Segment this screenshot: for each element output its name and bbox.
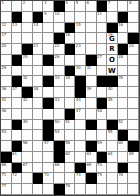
clue-number: 36 — [2, 87, 7, 91]
black-cell — [86, 120, 97, 131]
white-cell[interactable]: 7 — [107, 1, 118, 12]
clue-number: 22 — [55, 44, 60, 48]
white-cell[interactable]: 34 — [65, 76, 76, 87]
white-cell[interactable] — [75, 141, 86, 152]
white-cell[interactable]: 69 — [86, 163, 97, 174]
clue-number: 54 — [55, 130, 60, 134]
black-cell — [65, 109, 76, 120]
white-cell[interactable] — [86, 44, 97, 55]
white-cell[interactable] — [33, 130, 44, 141]
white-cell[interactable] — [86, 184, 97, 195]
clue-number: 32 — [23, 76, 28, 80]
clue-number: 60 — [118, 141, 123, 145]
white-cell[interactable] — [33, 184, 44, 195]
clue-number: 45 — [108, 98, 113, 102]
white-cell[interactable]: 18 — [65, 33, 76, 44]
clue-number: 46 — [2, 109, 7, 113]
clue-number: 69 — [86, 163, 91, 167]
white-cell[interactable] — [33, 152, 44, 163]
white-cell[interactable] — [128, 76, 139, 87]
white-cell[interactable] — [12, 184, 23, 195]
clue-number: 58 — [65, 141, 70, 145]
clue-number: 3 — [44, 1, 46, 5]
white-cell[interactable] — [65, 98, 76, 109]
white-cell[interactable] — [43, 33, 54, 44]
clue-number: 23 — [76, 44, 81, 48]
white-cell[interactable] — [12, 109, 23, 120]
white-cell[interactable]: 23 — [75, 44, 86, 55]
white-cell[interactable] — [128, 66, 139, 77]
white-cell[interactable]: 62 — [65, 152, 76, 163]
clue-number: 53 — [2, 130, 7, 134]
black-cell — [43, 98, 54, 109]
white-cell[interactable]: 39 — [86, 87, 97, 98]
white-cell[interactable] — [97, 33, 108, 44]
white-cell[interactable] — [86, 109, 97, 120]
white-cell[interactable]: 67 — [22, 163, 33, 174]
white-cell[interactable] — [43, 87, 54, 98]
white-cell[interactable] — [97, 120, 108, 131]
white-cell[interactable]: 77 — [1, 184, 12, 195]
cell-letter: R — [107, 46, 117, 54]
white-cell[interactable] — [22, 23, 33, 34]
white-cell[interactable]: 60 — [118, 141, 129, 152]
clue-number: 56 — [23, 141, 28, 145]
white-cell[interactable]: 72 — [12, 173, 23, 184]
white-cell[interactable] — [97, 66, 108, 77]
white-cell[interactable] — [118, 184, 129, 195]
white-cell[interactable]: 2 — [22, 1, 33, 12]
clue-number: 65 — [129, 152, 134, 156]
white-cell[interactable] — [22, 173, 33, 184]
clue-number: 67 — [23, 163, 28, 167]
white-cell[interactable] — [12, 1, 23, 12]
white-cell[interactable] — [97, 23, 108, 34]
white-cell[interactable]: 20 — [1, 44, 12, 55]
clue-number: 57 — [44, 141, 49, 145]
black-cell — [33, 173, 44, 184]
white-cell[interactable] — [107, 173, 118, 184]
white-cell[interactable]: R — [107, 44, 118, 55]
black-cell — [43, 55, 54, 66]
white-cell[interactable]: 15 — [75, 23, 86, 34]
white-cell[interactable] — [12, 66, 23, 77]
white-cell[interactable]: 5 — [75, 1, 86, 12]
black-cell — [12, 12, 23, 23]
white-cell[interactable] — [128, 163, 139, 174]
white-cell[interactable]: 53 — [1, 130, 12, 141]
clue-number: 6 — [86, 1, 88, 5]
clue-number: 35 — [118, 76, 123, 80]
clue-number: 5 — [76, 1, 78, 5]
cell-letter: O — [107, 57, 117, 65]
clue-number: 64 — [108, 152, 113, 156]
white-cell[interactable] — [97, 184, 108, 195]
white-cell[interactable]: 51 — [65, 120, 76, 131]
white-cell[interactable]: O — [107, 55, 118, 66]
white-cell[interactable]: 4 — [65, 1, 76, 12]
white-cell[interactable]: 54 — [54, 130, 65, 141]
white-cell[interactable]: 48 — [97, 109, 108, 120]
clue-number: 14 — [33, 23, 38, 27]
black-cell — [33, 12, 44, 23]
white-cell[interactable] — [107, 163, 118, 174]
clue-number: 37 — [12, 87, 17, 91]
white-cell[interactable] — [75, 152, 86, 163]
white-cell[interactable]: 9 — [43, 12, 54, 23]
white-cell[interactable]: 49 — [22, 120, 33, 131]
white-cell[interactable]: 73 — [43, 173, 54, 184]
clue-number: 49 — [23, 120, 28, 124]
white-cell[interactable] — [43, 44, 54, 55]
white-cell[interactable] — [43, 23, 54, 34]
white-cell[interactable] — [65, 55, 76, 66]
white-cell[interactable] — [75, 12, 86, 23]
clue-number: 40 — [108, 87, 113, 91]
white-cell[interactable]: 43 — [54, 98, 65, 109]
white-cell[interactable] — [54, 23, 65, 34]
black-cell — [43, 120, 54, 131]
white-cell[interactable] — [12, 33, 23, 44]
white-cell[interactable]: 27 — [97, 55, 108, 66]
white-cell[interactable]: 68 — [54, 163, 65, 174]
white-cell[interactable] — [33, 55, 44, 66]
white-cell[interactable]: 10 — [54, 12, 65, 23]
white-cell[interactable]: 33 — [54, 76, 65, 87]
white-cell[interactable] — [86, 98, 97, 109]
clue-number: 17 — [2, 33, 7, 37]
white-cell[interactable] — [128, 55, 139, 66]
clue-number: 31 — [86, 66, 91, 70]
white-cell[interactable]: 25 — [22, 55, 33, 66]
white-cell[interactable]: W — [107, 66, 118, 77]
clue-number: 7 — [108, 1, 110, 5]
white-cell[interactable] — [107, 12, 118, 23]
clue-number: 29 — [2, 66, 7, 70]
white-cell[interactable] — [97, 87, 108, 98]
clue-number: 52 — [118, 120, 123, 124]
white-cell[interactable] — [75, 184, 86, 195]
white-cell[interactable]: 29 — [1, 66, 12, 77]
clue-number: 66 — [2, 163, 7, 167]
white-cell[interactable] — [86, 130, 97, 141]
white-cell[interactable] — [43, 184, 54, 195]
white-cell[interactable]: 37 — [12, 87, 23, 98]
clue-number: 16 — [118, 23, 123, 27]
clue-number: 4 — [65, 1, 67, 5]
crossword-grid: 12345678910111213141516171819G20212223R2… — [0, 0, 140, 196]
white-cell[interactable]: 1 — [1, 1, 12, 12]
black-cell — [86, 173, 97, 184]
white-cell[interactable] — [43, 152, 54, 163]
white-cell[interactable] — [22, 33, 33, 44]
clue-number: 47 — [76, 109, 81, 113]
white-cell[interactable] — [107, 184, 118, 195]
white-cell[interactable] — [33, 120, 44, 131]
clue-number: 59 — [97, 141, 102, 145]
white-cell[interactable] — [118, 1, 129, 12]
white-cell[interactable]: 47 — [75, 109, 86, 120]
clue-number: 55 — [108, 130, 113, 134]
white-cell[interactable] — [128, 109, 139, 120]
white-cell[interactable] — [54, 109, 65, 120]
white-cell[interactable] — [54, 173, 65, 184]
white-cell[interactable] — [22, 184, 33, 195]
white-cell[interactable] — [128, 23, 139, 34]
clue-number: 68 — [55, 163, 60, 167]
white-cell[interactable] — [33, 66, 44, 77]
white-cell[interactable] — [86, 23, 97, 34]
clue-number: 50 — [55, 120, 60, 124]
clue-number: 75 — [97, 173, 102, 177]
black-cell — [12, 55, 23, 66]
white-cell[interactable]: 11 — [97, 12, 108, 23]
white-cell[interactable] — [128, 184, 139, 195]
white-cell[interactable]: 24 — [128, 44, 139, 55]
clue-number: 9 — [44, 12, 46, 16]
black-cell — [43, 76, 54, 87]
white-cell[interactable] — [22, 109, 33, 120]
white-cell[interactable]: 46 — [1, 109, 12, 120]
white-cell[interactable]: 56 — [22, 141, 33, 152]
clue-number: 44 — [76, 98, 81, 102]
white-cell[interactable]: 19G — [107, 33, 118, 44]
white-cell[interactable]: 35 — [118, 76, 129, 87]
clue-number: 34 — [65, 76, 70, 80]
white-cell[interactable] — [33, 141, 44, 152]
clue-number: 43 — [55, 98, 60, 102]
white-cell[interactable] — [118, 109, 129, 120]
clue-number: 8 — [129, 1, 131, 5]
white-cell[interactable] — [128, 173, 139, 184]
clue-number: 72 — [12, 173, 17, 177]
white-cell[interactable]: 57 — [43, 141, 54, 152]
white-cell[interactable]: 30 — [75, 66, 86, 77]
white-cell[interactable] — [12, 44, 23, 55]
white-cell[interactable]: 26 — [54, 55, 65, 66]
clue-number: 38 — [33, 87, 38, 91]
black-cell — [75, 76, 86, 87]
white-cell[interactable]: 45 — [107, 98, 118, 109]
white-cell[interactable] — [86, 12, 97, 23]
white-cell[interactable] — [118, 152, 129, 163]
clue-number: 39 — [86, 87, 91, 91]
white-cell[interactable] — [128, 98, 139, 109]
clue-number: 24 — [129, 44, 134, 48]
black-cell — [118, 12, 129, 23]
white-cell[interactable] — [128, 130, 139, 141]
white-cell[interactable]: 21 — [33, 44, 44, 55]
white-cell[interactable] — [43, 109, 54, 120]
white-cell[interactable] — [118, 33, 129, 44]
clue-number: 51 — [65, 120, 70, 124]
clue-number: 78 — [65, 184, 70, 188]
clue-number: 18 — [65, 33, 70, 37]
white-cell[interactable]: 16 — [118, 23, 129, 34]
clue-number: 30 — [76, 66, 81, 70]
white-cell[interactable]: 28 — [118, 55, 129, 66]
white-cell[interactable]: 65 — [128, 152, 139, 163]
white-cell[interactable] — [128, 120, 139, 131]
white-cell[interactable]: 13 — [12, 23, 23, 34]
white-cell[interactable]: 74 — [75, 173, 86, 184]
clue-number: 11 — [97, 12, 102, 16]
white-cell[interactable]: 6 — [86, 1, 97, 12]
clue-number: 21 — [33, 44, 38, 48]
white-cell[interactable] — [75, 120, 86, 131]
white-cell[interactable]: 42 — [22, 98, 33, 109]
white-cell[interactable] — [33, 1, 44, 12]
black-cell — [97, 76, 108, 87]
clue-number: 42 — [23, 98, 28, 102]
clue-number: 27 — [97, 55, 102, 59]
clue-number: 73 — [44, 173, 49, 177]
clue-number: 25 — [23, 55, 28, 59]
clue-number: 15 — [76, 23, 81, 27]
clue-number: 13 — [12, 23, 17, 27]
white-cell[interactable] — [65, 87, 76, 98]
white-cell[interactable]: 8 — [128, 1, 139, 12]
clue-number: 10 — [55, 12, 60, 16]
white-cell[interactable]: 78 — [65, 184, 76, 195]
clue-number: 26 — [55, 55, 60, 59]
clue-number: 33 — [55, 76, 60, 80]
white-cell[interactable] — [33, 98, 44, 109]
white-cell[interactable] — [65, 12, 76, 23]
clue-number: 28 — [118, 55, 123, 59]
white-cell[interactable] — [1, 12, 12, 23]
white-cell[interactable]: 32 — [22, 76, 33, 87]
clue-number: 74 — [76, 173, 81, 177]
white-cell[interactable]: 55 — [107, 130, 118, 141]
white-cell[interactable] — [22, 12, 33, 23]
white-cell[interactable] — [86, 33, 97, 44]
white-cell[interactable] — [43, 66, 54, 77]
white-cell[interactable] — [12, 130, 23, 141]
white-cell[interactable]: 38 — [33, 87, 44, 98]
clue-number: 48 — [97, 109, 102, 113]
white-cell[interactable]: 61 — [12, 152, 23, 163]
clue-number: 1 — [2, 1, 4, 5]
black-cell — [12, 120, 23, 131]
clue-number: 20 — [2, 44, 7, 48]
clue-number: 63 — [86, 152, 91, 156]
black-cell — [54, 184, 65, 195]
white-cell[interactable] — [33, 109, 44, 120]
clue-number: 70 — [97, 163, 102, 167]
clue-number: 62 — [65, 152, 70, 156]
white-cell[interactable]: 52 — [118, 120, 129, 131]
white-cell[interactable]: 59 — [97, 141, 108, 152]
clue-number: 41 — [2, 98, 7, 102]
clue-number: 61 — [12, 152, 17, 156]
black-cell — [54, 141, 65, 152]
clue-number: 76 — [118, 173, 123, 177]
white-cell[interactable] — [65, 163, 76, 174]
white-cell[interactable] — [75, 130, 86, 141]
white-cell[interactable] — [12, 98, 23, 109]
clue-number: 71 — [2, 173, 7, 177]
white-cell[interactable] — [128, 87, 139, 98]
clue-number: 77 — [2, 184, 7, 188]
white-cell[interactable]: 14 — [33, 23, 44, 34]
white-cell[interactable]: 31 — [86, 66, 97, 77]
white-cell[interactable]: 75 — [97, 173, 108, 184]
white-cell[interactable] — [118, 87, 129, 98]
white-cell[interactable]: 76 — [118, 173, 129, 184]
black-cell — [65, 44, 76, 55]
cell-letter: W — [107, 68, 117, 76]
white-cell[interactable] — [128, 12, 139, 23]
white-cell[interactable] — [118, 98, 129, 109]
white-cell[interactable] — [1, 141, 12, 152]
clue-number: 2 — [23, 1, 25, 5]
clue-number: 12 — [2, 23, 7, 27]
cell-letter: G — [107, 35, 117, 43]
white-cell[interactable] — [107, 109, 118, 120]
white-cell[interactable]: 64 — [107, 152, 118, 163]
white-cell[interactable] — [33, 163, 44, 174]
